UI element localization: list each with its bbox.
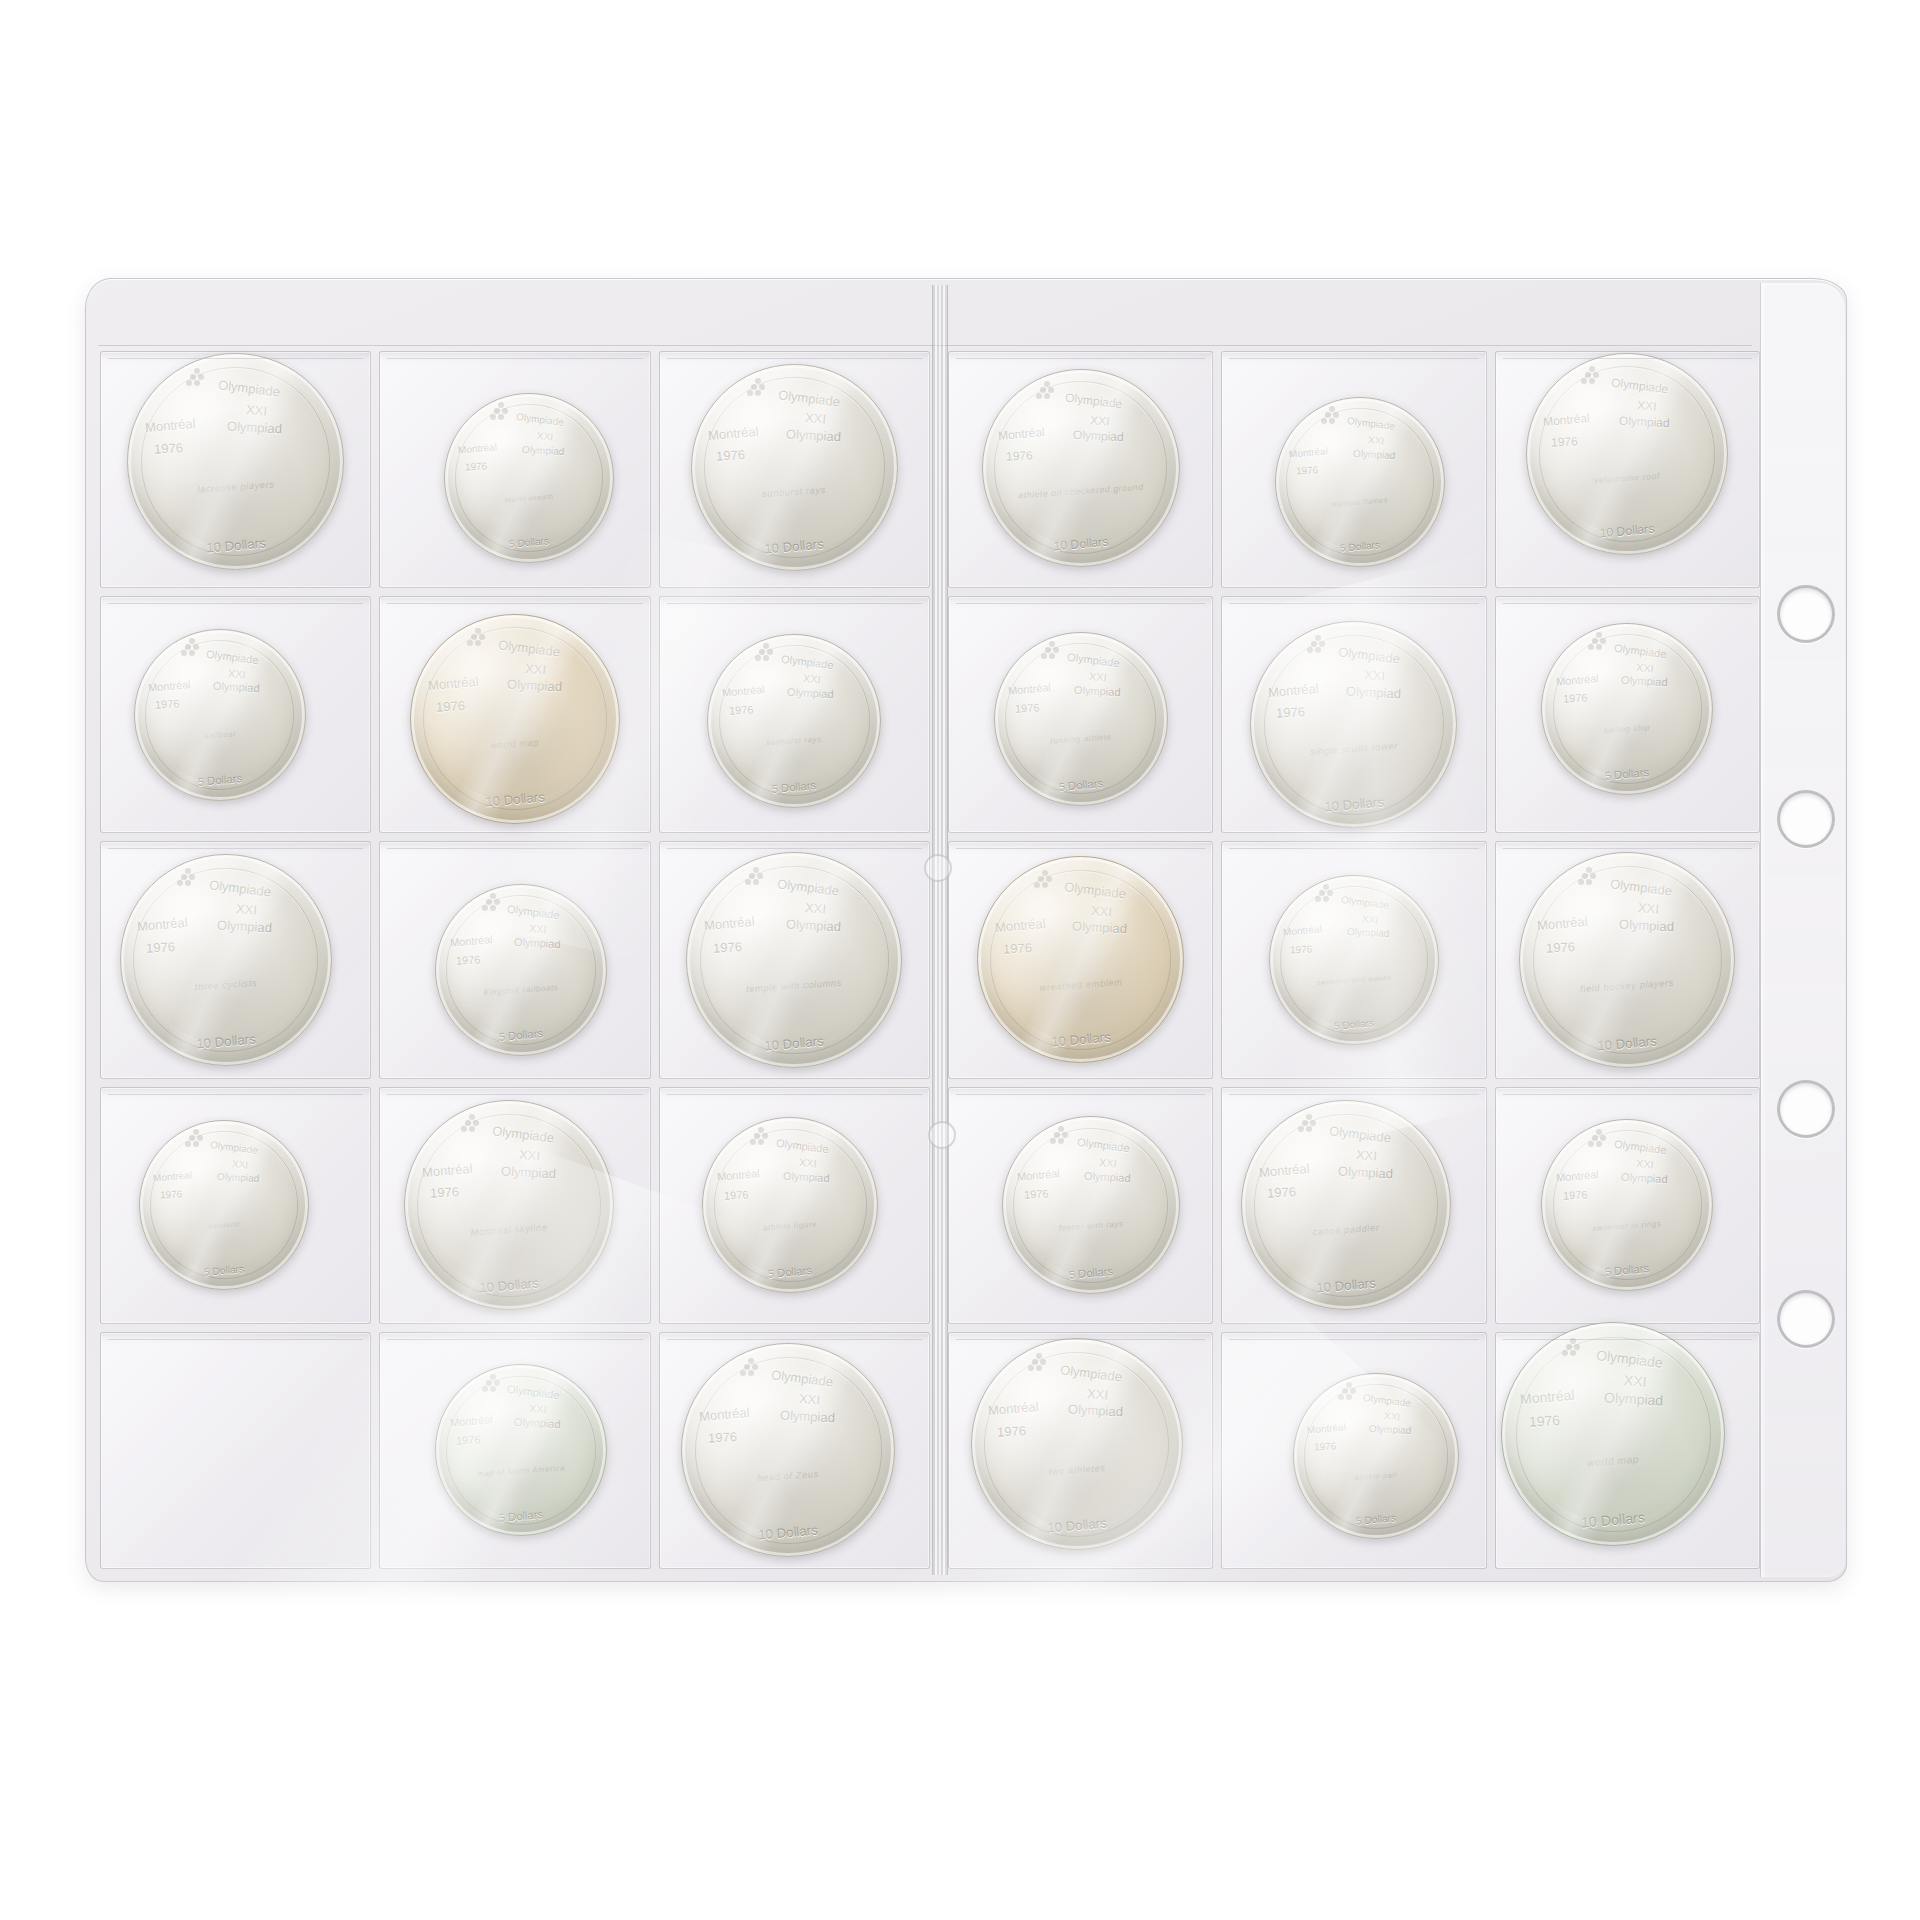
coin-relief-motif: velodrome roof <box>1541 467 1713 489</box>
coin-relief-motif: athlete pair <box>1305 1467 1446 1486</box>
coin-legend-xxi: XXI <box>1090 414 1110 428</box>
pocket-r2c4: Olympiade XXI Olympiad Montréal 1976 5 D… <box>948 596 1213 833</box>
coin-relief-motif: swimmer and waves <box>1282 971 1427 990</box>
pocket-r5c3: Olympiade XXI Olympiad Montréal 1976 10 … <box>659 1332 930 1569</box>
pocket-r3c3: Olympiade XXI Olympiad Montréal 1976 10 … <box>659 841 930 1078</box>
coin-legend-year: 1976 <box>456 954 481 966</box>
coin-sheen <box>972 1339 1182 1549</box>
coin-r3c3-temple-with-columns: Olympiade XXI Olympiad Montréal 1976 10 … <box>686 852 902 1068</box>
sheet-panel-left: Olympiade XXI Olympiad Montréal 1976 10 … <box>100 351 930 1569</box>
coin-sheen <box>135 630 305 800</box>
coin-legend-year: 1976 <box>1562 693 1587 705</box>
coin-relief-motif: olympic flames <box>1288 492 1433 511</box>
coin-legend-year: 1976 <box>1313 1441 1336 1452</box>
coin-legend-year: 1976 <box>724 1189 749 1201</box>
coin-relief-motif: Montreal skyline <box>419 1219 598 1241</box>
coin-r4c2-Montreal-skyline: Olympiade XXI Olympiad Montréal 1976 10 … <box>404 1100 614 1310</box>
coin-legend-year: 1976 <box>465 462 488 473</box>
coin-album-sheet: Olympiade XXI Olympiad Montréal 1976 10 … <box>85 278 1847 1582</box>
pocket-r1c3: Olympiade XXI Olympiad Montréal 1976 10 … <box>659 351 930 588</box>
coin-legend-year: 1976 <box>1546 940 1576 954</box>
pocket-r5c1-empty <box>100 1332 371 1569</box>
coin-r4c1-canoeist: Olympiade XXI Olympiad Montréal 1976 5 D… <box>139 1120 309 1290</box>
coin-sheen <box>1003 1117 1179 1293</box>
pocket-r2c5: Olympiade XXI Olympiad Montréal 1976 10 … <box>1221 596 1486 833</box>
coin-legend-olympiad: Olympiad <box>1369 1424 1412 1436</box>
pocket-r1c6: Olympiade XXI Olympiad Montréal 1976 10 … <box>1495 351 1760 588</box>
coin-r1c3-sunburst-rays: Olympiade XXI Olympiad Montréal 1976 10 … <box>691 364 898 571</box>
coin-legend-olympiad: Olympiad <box>1345 684 1401 700</box>
coin-legend-year: 1976 <box>1529 1414 1561 1430</box>
coin-legend-year: 1976 <box>713 940 743 954</box>
photo-canvas: Olympiade XXI Olympiad Montréal 1976 10 … <box>0 0 1920 1920</box>
coin-legend-xxi: XXI <box>1635 1159 1654 1172</box>
coin-legend-year: 1976 <box>729 705 754 717</box>
coin-r4c3-athlete-figure: Olympiade XXI Olympiad Montréal 1976 5 D… <box>702 1117 878 1293</box>
pocket-r2c1: Olympiade XXI Olympiad Montréal 1976 5 D… <box>100 596 371 833</box>
coin-sheen <box>978 857 1183 1062</box>
coin-legend-xxi: XXI <box>232 1159 249 1170</box>
coin-sheen <box>1520 853 1734 1067</box>
coin-legend-olympiad: Olympiad <box>787 687 834 700</box>
coin-legend-olympiad: Olympiad <box>1347 927 1390 939</box>
coin-sheen <box>1542 1120 1712 1290</box>
coin-sheen <box>128 354 343 569</box>
coin-r5c5-athlete-pair: Olympiade XXI Olympiad Montréal 1976 5 D… <box>1293 1373 1459 1539</box>
coin-legend-xxi: XXI <box>1384 1411 1401 1422</box>
coin-r3c2-Kingston-sailboats: Olympiade XXI Olympiad Montréal 1976 5 D… <box>435 884 607 1056</box>
coin-r2c4-running-athlete: Olympiade XXI Olympiad Montréal 1976 5 D… <box>994 632 1168 806</box>
coin-legend-year: 1976 <box>160 1189 183 1200</box>
coin-legend-olympiad: Olympiad <box>786 427 842 443</box>
coin-legend-xxi: XXI <box>798 1392 820 1407</box>
coin-sheen <box>411 615 619 823</box>
coin-legend-xxi: XXI <box>1637 399 1657 413</box>
coin-relief-motif: two athletes <box>986 1458 1167 1481</box>
coin-relief-motif: sailboat <box>146 726 292 745</box>
pocket-r4c6: Olympiade XXI Olympiad Montréal 1976 5 D… <box>1495 1087 1760 1324</box>
coin-legend-xxi: XXI <box>228 668 247 681</box>
coin-sheen <box>703 1118 877 1292</box>
coin-legend-year: 1976 <box>1023 1189 1048 1201</box>
coin-legend-olympiad: Olympiad <box>1337 1164 1393 1180</box>
punch-hole-4 <box>1777 1290 1835 1348</box>
coin-relief-motif: athlete figure <box>715 1216 865 1235</box>
coin-legend-xxi: XXI <box>1099 1157 1118 1170</box>
coin-legend-xxi: XXI <box>1635 662 1654 675</box>
coin-legend-olympiad: Olympiad <box>217 1172 260 1184</box>
coin-relief-motif: world map <box>1518 1449 1709 1473</box>
coin-legend-year: 1976 <box>716 448 746 462</box>
pocket-r5c6: Olympiade XXI Olympiad Montréal 1976 10 … <box>1495 1332 1760 1569</box>
pocket-r1c5: Olympiade XXI Olympiad Montréal 1976 5 D… <box>1221 351 1486 588</box>
coin-relief-motif: wreathed emblem <box>992 973 1169 995</box>
coin-legend-olympiad: Olympiad <box>1604 1391 1664 1408</box>
coin-sheen <box>995 633 1167 805</box>
coin-sheen <box>1502 1323 1724 1545</box>
coin-r5c4-two-athletes: Olympiade XXI Olympiad Montréal 1976 10 … <box>971 1338 1183 1550</box>
coin-sheen <box>687 853 901 1067</box>
coin-r1c1-lacrosse-players: Olympiade XXI Olympiad Montréal 1976 10 … <box>127 353 344 570</box>
coin-legend-xxi: XXI <box>799 1157 818 1170</box>
coin-legend-olympiad: Olympiad <box>785 918 841 934</box>
coin-legend-year: 1976 <box>997 1425 1027 1439</box>
pocket-r3c1: Olympiade XXI Olympiad Montréal 1976 10 … <box>100 841 371 1078</box>
pocket-r4c3: Olympiade XXI Olympiad Montréal 1976 5 D… <box>659 1087 930 1324</box>
coin-legend-year: 1976 <box>1006 449 1033 462</box>
pocket-r3c5: Olympiade XXI Olympiad Montréal 1976 5 D… <box>1221 841 1486 1078</box>
coin-r3c4-wreathed-emblem: Olympiade XXI Olympiad Montréal 1976 10 … <box>977 856 1184 1063</box>
coin-legend-xxi: XXI <box>1362 914 1379 925</box>
coin-sheen <box>121 855 331 1065</box>
coin-r2c5-single-sculls-rower: Olympiade XXI Olympiad Montréal 1976 10 … <box>1250 621 1457 828</box>
pocket-r4c2: Olympiade XXI Olympiad Montréal 1976 10 … <box>379 1087 650 1324</box>
die-cut-circle-1 <box>924 854 952 882</box>
coin-sheen <box>1270 876 1438 1044</box>
coin-sheen <box>405 1101 613 1309</box>
coin-sheen <box>983 370 1179 566</box>
coin-legend-olympiad: Olympiad <box>1618 918 1674 934</box>
coin-legend-olympiad: Olympiad <box>1072 920 1128 936</box>
coin-r3c1-three-cyclists: Olympiade XXI Olympiad Montréal 1976 10 … <box>120 854 332 1066</box>
coin-sheen <box>436 885 606 1055</box>
coin-legend-year: 1976 <box>430 1186 460 1200</box>
coin-legend-xxi: XXI <box>804 411 826 426</box>
coin-r5c6-world-map: Olympiade XXI Olympiad Montréal 1976 10 … <box>1501 1322 1725 1546</box>
coin-legend-olympiad: Olympiad <box>522 445 565 457</box>
coin-legend-year: 1976 <box>456 1434 481 1446</box>
pocket-r5c5: Olympiade XXI Olympiad Montréal 1976 5 D… <box>1221 1332 1486 1569</box>
punch-hole-3 <box>1777 1080 1835 1138</box>
pocket-r2c6: Olympiade XXI Olympiad Montréal 1976 5 D… <box>1495 596 1760 833</box>
coin-legend-olympiad: Olympiad <box>500 1164 556 1180</box>
coin-legend-xxi: XXI <box>1624 1373 1648 1389</box>
coin-legend-xxi: XXI <box>529 1404 548 1417</box>
coin-legend-year: 1976 <box>1267 1186 1297 1200</box>
die-cut-circle-2 <box>928 1121 956 1149</box>
coin-relief-motif: world map <box>425 733 604 755</box>
pocket-r2c2: Olympiade XXI Olympiad Montréal 1976 10 … <box>379 596 650 833</box>
pocket-r4c5: Olympiade XXI Olympiad Montréal 1976 10 … <box>1221 1087 1486 1324</box>
coin-legend-year: 1976 <box>707 1431 737 1445</box>
coin-r4c6-swimmer-in-rings: Olympiade XXI Olympiad Montréal 1976 5 D… <box>1541 1119 1713 1291</box>
coin-legend-xxi: XXI <box>236 902 258 917</box>
pocket-r3c4: Olympiade XXI Olympiad Montréal 1976 10 … <box>948 841 1213 1078</box>
coin-sheen <box>1276 398 1444 566</box>
coin-r3c5-swimmer-and-waves: Olympiade XXI Olympiad Montréal 1976 5 D… <box>1269 875 1439 1045</box>
coin-relief-motif: three cyclists <box>135 974 316 997</box>
coin-r2c6-sailing-ship: Olympiade XXI Olympiad Montréal 1976 5 D… <box>1541 623 1713 795</box>
coin-relief-motif: canoe paddler <box>1256 1219 1435 1241</box>
coin-relief-motif: running athlete <box>1007 730 1155 749</box>
coin-r2c1-sailboat: Olympiade XXI Olympiad Montréal 1976 5 D… <box>134 629 306 801</box>
coin-legend-xxi: XXI <box>529 923 548 936</box>
coin-legend-olympiad: Olympiad <box>506 678 562 694</box>
coin-r4c5-canoe-paddler: Olympiade XXI Olympiad Montréal 1976 10 … <box>1241 1100 1451 1310</box>
coin-legend-year: 1976 <box>1551 435 1578 448</box>
coin-legend-year: 1976 <box>154 441 184 455</box>
coin-legend-olympiad: Olympiad <box>783 1171 830 1184</box>
coin-legend-year: 1976 <box>155 699 180 711</box>
coin-sheen <box>1542 624 1712 794</box>
coin-legend-xxi: XXI <box>519 1148 541 1163</box>
coin-legend-xxi: XXI <box>537 432 554 443</box>
coin-legend-olympiad: Olympiad <box>514 1417 561 1430</box>
coin-legend-xxi: XXI <box>804 901 826 916</box>
coin-legend-olympiad: Olympiad <box>1620 675 1667 688</box>
coin-legend-xxi: XXI <box>802 674 821 687</box>
coin-legend-xxi: XXI <box>525 662 547 677</box>
pocket-r1c4: Olympiade XXI Olympiad Montréal 1976 10 … <box>948 351 1213 588</box>
coin-legend-olympiad: Olympiad <box>1074 685 1121 698</box>
coin-relief-motif: sailing ship <box>1554 720 1700 739</box>
coin-relief-motif: single sculls rower <box>1266 738 1443 760</box>
sheet-panel-right: Olympiade XXI Olympiad Montréal 1976 10 … <box>948 351 1760 1569</box>
coin-legend-olympiad: Olympiad <box>1083 1171 1130 1184</box>
binder-margin-strip <box>1760 283 1845 1577</box>
coin-sheen <box>445 394 613 562</box>
coin-relief-motif: temple with columns <box>702 974 886 997</box>
coin-legend-year: 1976 <box>436 699 466 713</box>
coin-legend-olympiad: Olympiad <box>213 681 260 694</box>
coin-relief-motif: laurel wreath <box>457 488 602 507</box>
coin-legend-xxi: XXI <box>1090 904 1112 919</box>
coin-r4c4-fencer-with-rays: Olympiade XXI Olympiad Montréal 1976 5 D… <box>1002 1116 1180 1294</box>
coin-legend-year: 1976 <box>1002 941 1032 955</box>
coin-legend-olympiad: Olympiad <box>514 936 561 949</box>
coin-relief-motif: canoeist <box>151 1216 296 1235</box>
coin-relief-motif: Kingston sailboats <box>448 981 594 1000</box>
coin-relief-motif: fencer with rays <box>1015 1217 1167 1237</box>
coin-legend-year: 1976 <box>146 940 176 954</box>
coin-relief-motif: field hockey players <box>1535 974 1719 997</box>
coin-legend-olympiad: Olympiad <box>1620 1172 1667 1185</box>
coin-legend-year: 1976 <box>1015 703 1040 715</box>
coin-sheen <box>708 635 880 807</box>
coin-legend-olympiad: Olympiad <box>1619 414 1670 429</box>
coin-r5c2-map-of-North-America: Olympiade XXI Olympiad Montréal 1976 5 D… <box>435 1364 607 1536</box>
coin-legend-xxi: XXI <box>1356 1148 1378 1163</box>
coin-r5c3-head-of-Zeus: Olympiade XXI Olympiad Montréal 1976 10 … <box>681 1343 895 1557</box>
coin-legend-year: 1976 <box>1296 466 1319 477</box>
coin-r1c4-athlete-on-checkered-ground: Olympiade XXI Olympiad Montréal 1976 10 … <box>982 369 1180 567</box>
pocket-r3c2: Olympiade XXI Olympiad Montréal 1976 5 D… <box>379 841 650 1078</box>
coin-sheen <box>436 1365 606 1535</box>
coin-legend-xxi: XXI <box>1087 1387 1109 1402</box>
coin-legend-year: 1976 <box>1290 944 1313 955</box>
coin-r1c5-olympic-flames: Olympiade XXI Olympiad Montréal 1976 5 D… <box>1275 397 1445 567</box>
coin-legend-olympiad: Olympiad <box>227 419 283 435</box>
coin-r2c2-world-map: Olympiade XXI Olympiad Montréal 1976 10 … <box>410 614 620 824</box>
pocket-r5c2: Olympiade XXI Olympiad Montréal 1976 5 D… <box>379 1332 650 1569</box>
pocket-r1c2: Olympiade XXI Olympiad Montréal 1976 5 D… <box>379 351 650 588</box>
coin-legend-olympiad: Olympiad <box>217 919 273 935</box>
coin-legend-year: 1976 <box>1276 706 1306 720</box>
coin-sheen <box>1294 1374 1458 1538</box>
punch-hole-1 <box>1777 585 1835 643</box>
coin-relief-motif: athlete on checkered ground <box>996 480 1165 502</box>
coin-r2c3-sunburst-rays: Olympiade XXI Olympiad Montréal 1976 5 D… <box>707 634 881 808</box>
coin-legend-xxi: XXI <box>1637 901 1659 916</box>
punch-hole-2 <box>1777 790 1835 848</box>
pocket-r4c4: Olympiade XXI Olympiad Montréal 1976 5 D… <box>948 1087 1213 1324</box>
coin-legend-olympiad: Olympiad <box>1073 429 1124 444</box>
pocket-r4c1: Olympiade XXI Olympiad Montréal 1976 5 D… <box>100 1087 371 1324</box>
panel-fold-seam <box>932 285 948 1575</box>
coin-legend-xxi: XXI <box>246 403 268 418</box>
coin-legend-xxi: XXI <box>1368 436 1385 447</box>
coin-sheen <box>692 365 897 570</box>
pocket-r1c1: Olympiade XXI Olympiad Montréal 1976 10 … <box>100 351 371 588</box>
coin-sheen <box>682 1344 894 1556</box>
coin-r1c6-velodrome-roof: Olympiade XXI Olympiad Montréal 1976 10 … <box>1526 353 1728 555</box>
pocket-r2c3: Olympiade XXI Olympiad Montréal 1976 5 D… <box>659 596 930 833</box>
coin-sheen <box>1251 622 1456 827</box>
coin-relief-motif: sunburst rays <box>720 732 868 751</box>
coin-r1c2-laurel-wreath: Olympiade XXI Olympiad Montréal 1976 5 D… <box>444 393 614 563</box>
pocket-r5c4: Olympiade XXI Olympiad Montréal 1976 10 … <box>948 1332 1213 1569</box>
coin-relief-motif: map of North America <box>448 1461 594 1480</box>
coin-sheen <box>1527 354 1727 554</box>
coin-sheen <box>1242 1101 1450 1309</box>
sheet-top-seam <box>98 345 1752 346</box>
pocket-r3c6: Olympiade XXI Olympiad Montréal 1976 10 … <box>1495 841 1760 1078</box>
coin-legend-olympiad: Olympiad <box>1068 1403 1124 1419</box>
coin-legend-xxi: XXI <box>1089 672 1108 685</box>
coin-relief-motif: swimmer in rings <box>1554 1216 1700 1235</box>
coin-r3c6-field-hockey-players: Olympiade XXI Olympiad Montréal 1976 10 … <box>1519 852 1735 1068</box>
coin-relief-motif: lacrosse players <box>143 476 328 499</box>
coin-legend-olympiad: Olympiad <box>1353 449 1396 461</box>
coin-relief-motif: head of Zeus <box>697 1464 880 1487</box>
coin-legend-xxi: XXI <box>1364 669 1386 684</box>
coin-legend-year: 1976 <box>1562 1189 1587 1201</box>
coin-relief-motif: sunburst rays <box>706 481 883 503</box>
coin-sheen <box>140 1121 308 1289</box>
coin-legend-olympiad: Olympiad <box>780 1409 836 1425</box>
